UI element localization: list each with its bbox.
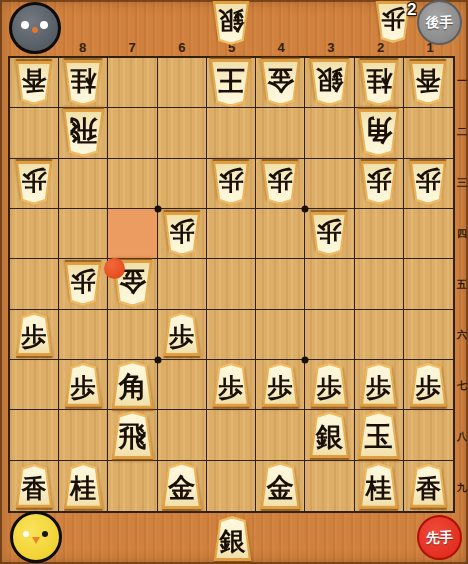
square-86[interactable] [59,310,108,360]
square-74[interactable] [108,209,157,259]
square-14[interactable] [404,209,453,259]
square-52[interactable] [207,108,256,158]
gote-pawn: 歩 [162,212,202,256]
square-68[interactable] [158,410,207,460]
square-93[interactable]: 歩 [10,159,59,209]
piece-glyph: 歩 [162,212,202,256]
piece-glyph: 歩 [14,312,54,356]
file-label: 6 [157,40,207,55]
piece-glyph: 歩 [63,363,103,407]
piece-glyph: 歩 [14,161,54,205]
square-89[interactable]: 桂 [59,461,108,511]
gote-rook: 飛 [61,109,106,157]
square-95[interactable] [10,259,59,309]
gote-lance: 香 [408,61,448,105]
square-87[interactable]: 歩 [59,360,108,410]
star-point [302,357,309,364]
square-34[interactable]: 歩 [305,209,354,259]
square-48[interactable] [256,410,305,460]
sente-pawn: 歩 [359,363,399,407]
piece-glyph: 金 [259,462,302,509]
square-39[interactable] [305,461,354,511]
piece-glyph: 歩 [359,363,399,407]
square-49[interactable]: 金 [256,461,305,511]
square-51[interactable]: 王 [207,58,256,108]
square-29[interactable]: 桂 [355,461,404,511]
shogi-board: 香桂王金銀桂香飛角歩歩歩歩歩歩歩歩金歩歩歩角歩歩歩歩歩飛銀玉香桂金金桂香 [8,56,455,513]
square-23[interactable]: 歩 [355,159,404,209]
piece-glyph: 歩 [309,212,349,256]
piece-glyph: 角 [356,109,401,157]
sente-pawn: 歩 [14,312,54,356]
square-81[interactable]: 桂 [59,58,108,108]
square-35[interactable] [305,259,354,309]
square-76[interactable] [108,310,157,360]
square-88[interactable] [59,410,108,460]
piece-glyph: 歩 [211,363,251,407]
piece-glyph: 桂 [358,463,400,509]
star-point [154,206,161,213]
rank-labels: 一二三四五六七八九 [456,56,468,513]
piece-glyph: 香 [14,61,54,105]
square-13[interactable]: 歩 [404,159,453,209]
square-36[interactable] [305,310,354,360]
square-57[interactable]: 歩 [207,360,256,410]
square-18[interactable] [404,410,453,460]
square-97[interactable] [10,360,59,410]
square-63[interactable] [158,159,207,209]
sente-knight: 桂 [62,463,104,509]
sente-king: 玉 [356,411,401,459]
sente-rook: 飛 [110,411,155,459]
square-43[interactable]: 歩 [256,159,305,209]
square-16[interactable] [404,310,453,360]
star-point [302,206,309,213]
piece-glyph: 銀 [211,1,251,45]
rank-label: 九 [456,462,468,513]
square-33[interactable] [305,159,354,209]
piece-glyph: 歩 [408,161,448,205]
gote-lance: 香 [14,61,54,105]
piece-glyph: 歩 [211,161,251,205]
chick-beak-icon [32,537,40,544]
gote-king: 王 [208,59,253,107]
square-66[interactable]: 歩 [158,310,207,360]
piece-glyph: 歩 [408,363,448,407]
sente-pawn: 歩 [162,312,202,356]
square-72[interactable] [108,108,157,158]
square-56[interactable] [207,310,256,360]
gote-silver: 銀 [308,59,351,106]
square-82[interactable]: 飛 [59,108,108,158]
sente-pawn: 歩 [260,363,300,407]
piece-glyph: 歩 [359,161,399,205]
square-17[interactable]: 歩 [404,360,453,410]
sente-pawn: 歩 [211,363,251,407]
gote-hand-silver[interactable]: 銀 [211,1,251,45]
rank-label: 三 [456,158,468,209]
square-62[interactable] [158,108,207,158]
sente-badge: 先手 [417,515,462,560]
piece-glyph: 桂 [62,60,104,106]
file-label: 7 [107,40,157,55]
piece-glyph: 銀 [308,59,351,106]
square-69[interactable]: 金 [158,461,207,511]
piece-glyph: 歩 [260,363,300,407]
square-78[interactable]: 飛 [108,410,157,460]
sente-pawn: 歩 [63,363,103,407]
square-11[interactable]: 香 [404,58,453,108]
square-54[interactable] [207,209,256,259]
gote-pawn: 歩 [14,161,54,205]
square-59[interactable] [207,461,256,511]
piece-glyph: 桂 [62,463,104,509]
gote-pawn: 歩 [260,161,300,205]
rank-label: 二 [456,107,468,158]
chick-eye-icon [23,531,29,537]
sente-bishop: 角 [110,361,155,409]
rank-label: 四 [456,208,468,259]
gote-pawn: 歩 [63,262,103,306]
square-24[interactable] [355,209,404,259]
sente-gold: 金 [259,462,302,509]
shogi-app: 銀 歩 2 後手 987654321 一二三四五六七八九 香桂王金銀桂香飛角歩歩… [0,0,468,564]
square-15[interactable] [404,259,453,309]
sente-pawn: 歩 [408,363,448,407]
sente-silver: 銀 [308,411,351,458]
square-96[interactable]: 歩 [10,310,59,360]
square-67[interactable] [158,360,207,410]
square-28[interactable]: 玉 [355,410,404,460]
square-98[interactable] [10,410,59,460]
square-47[interactable]: 歩 [256,360,305,410]
gote-badge: 後手 [417,0,462,45]
square-26[interactable] [355,310,404,360]
file-label: 4 [256,40,306,55]
square-99[interactable]: 香 [10,461,59,511]
gote-pawn-count: 2 [407,0,416,20]
square-71[interactable] [108,58,157,108]
chick-eye-icon [42,531,48,537]
gote-pawn: 歩 [309,212,349,256]
piece-glyph: 歩 [63,262,103,306]
square-19[interactable]: 香 [404,461,453,511]
gote-avatar[interactable] [9,2,61,54]
piece-glyph: 歩 [162,312,202,356]
square-65[interactable] [158,259,207,309]
square-94[interactable] [10,209,59,259]
rank-label: 五 [456,259,468,310]
bird-eye-icon [21,21,29,29]
piece-glyph: 王 [208,59,253,107]
piece-glyph: 香 [408,464,448,508]
sente-hand-silver[interactable]: 銀 [212,516,253,561]
square-83[interactable] [59,159,108,209]
piece-glyph: 角 [110,361,155,409]
gote-pawn: 歩 [211,161,251,205]
piece-glyph: 玉 [356,411,401,459]
file-label: 8 [58,40,108,55]
piece-glyph: 香 [408,61,448,105]
piece-glyph: 銀 [308,411,351,458]
bird-beak-icon [32,27,38,33]
sente-lance: 香 [408,464,448,508]
square-73[interactable] [108,159,157,209]
square-79[interactable] [108,461,157,511]
piece-glyph: 金 [160,462,203,509]
square-58[interactable] [207,410,256,460]
square-77[interactable]: 角 [108,360,157,410]
square-92[interactable] [10,108,59,158]
square-12[interactable] [404,108,453,158]
square-55[interactable] [207,259,256,309]
square-27[interactable]: 歩 [355,360,404,410]
square-41[interactable]: 金 [256,58,305,108]
sente-gold: 金 [160,462,203,509]
square-46[interactable] [256,310,305,360]
rank-label: 一 [456,56,468,107]
bird-eye-icon [40,21,48,29]
sente-avatar[interactable] [10,511,62,563]
piece-glyph: 歩 [260,161,300,205]
board-grid: 香桂王金銀桂香飛角歩歩歩歩歩歩歩歩金歩歩歩角歩歩歩歩歩飛銀玉香桂金金桂香 [10,58,453,511]
square-37[interactable]: 歩 [305,360,354,410]
square-84[interactable] [59,209,108,259]
square-64[interactable]: 歩 [158,209,207,259]
piece-glyph: 香 [14,464,54,508]
piece-glyph: 銀 [212,516,253,561]
piece-glyph: 桂 [358,60,400,106]
piece-glyph: 飛 [61,109,106,157]
gote-bishop: 角 [356,109,401,157]
gote-knight: 桂 [358,60,400,106]
square-22[interactable]: 角 [355,108,404,158]
square-31[interactable]: 銀 [305,58,354,108]
square-61[interactable] [158,58,207,108]
gote-pawn: 歩 [408,161,448,205]
gote-gold: 金 [259,59,302,106]
rank-label: 八 [456,411,468,462]
star-point [154,357,161,364]
gote-pawn: 歩 [359,161,399,205]
piece-glyph: 飛 [110,411,155,459]
square-32[interactable] [305,108,354,158]
square-91[interactable]: 香 [10,58,59,108]
square-42[interactable] [256,108,305,158]
square-38[interactable]: 銀 [305,410,354,460]
square-21[interactable]: 桂 [355,58,404,108]
sente-pawn: 歩 [309,363,349,407]
square-53[interactable]: 歩 [207,159,256,209]
square-85[interactable]: 歩 [59,259,108,309]
rank-label: 七 [456,361,468,412]
square-44[interactable] [256,209,305,259]
piece-glyph: 歩 [309,363,349,407]
square-25[interactable] [355,259,404,309]
square-45[interactable] [256,259,305,309]
piece-glyph: 金 [259,59,302,106]
sente-knight: 桂 [358,463,400,509]
rank-label: 六 [456,310,468,361]
sente-lance: 香 [14,464,54,508]
square-75[interactable]: 金 [108,259,157,309]
file-label: 3 [306,40,356,55]
gote-knight: 桂 [62,60,104,106]
